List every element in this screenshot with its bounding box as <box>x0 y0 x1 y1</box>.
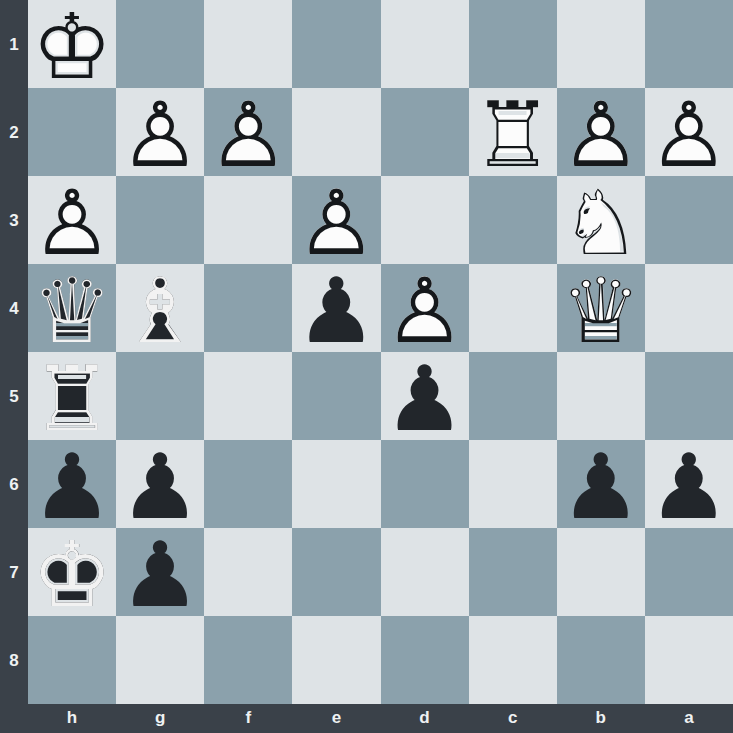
square-e2[interactable] <box>292 88 380 176</box>
square-d5[interactable]: ♟ <box>381 352 469 440</box>
white-knight-outline: ♘ <box>560 178 641 268</box>
black-pawn[interactable]: ♟ <box>381 352 469 440</box>
square-h3[interactable]: ♟♙ <box>28 176 116 264</box>
black-bishop[interactable]: ♝♗ <box>116 264 204 352</box>
rank-label-2: 2 <box>0 88 28 176</box>
white-queen[interactable]: ♛♕ <box>557 264 645 352</box>
square-d1[interactable] <box>381 0 469 88</box>
square-a6[interactable]: ♟ <box>645 440 733 528</box>
black-rook-detail-lines: ♖ <box>32 354 113 444</box>
square-g2[interactable]: ♟♙ <box>116 88 204 176</box>
rank-label-4: 4 <box>0 264 28 352</box>
black-pawn[interactable]: ♟ <box>292 264 380 352</box>
black-pawn-glyph: ♟ <box>649 442 730 532</box>
black-pawn[interactable]: ♟ <box>645 440 733 528</box>
square-b1[interactable] <box>557 0 645 88</box>
black-pawn-glyph: ♟ <box>384 354 465 444</box>
square-f4[interactable] <box>204 264 292 352</box>
square-f7[interactable] <box>204 528 292 616</box>
square-d7[interactable] <box>381 528 469 616</box>
white-pawn[interactable]: ♟♙ <box>116 88 204 176</box>
square-b6[interactable]: ♟ <box>557 440 645 528</box>
square-g8[interactable] <box>116 616 204 704</box>
file-label-b: b <box>557 704 645 733</box>
square-e6[interactable] <box>292 440 380 528</box>
white-pawn-outline: ♙ <box>384 266 465 356</box>
square-f6[interactable] <box>204 440 292 528</box>
black-queen[interactable]: ♛♕ <box>28 264 116 352</box>
square-e5[interactable] <box>292 352 380 440</box>
square-c2[interactable]: ♜♖ <box>469 88 557 176</box>
white-pawn[interactable]: ♟♙ <box>381 264 469 352</box>
square-c3[interactable] <box>469 176 557 264</box>
white-pawn-outline: ♙ <box>120 90 201 180</box>
white-pawn[interactable]: ♟♙ <box>645 88 733 176</box>
file-label-f: f <box>204 704 292 733</box>
rank-label-5: 5 <box>0 352 28 440</box>
black-pawn[interactable]: ♟ <box>557 440 645 528</box>
square-g1[interactable] <box>116 0 204 88</box>
square-b5[interactable] <box>557 352 645 440</box>
white-pawn-outline: ♙ <box>208 90 289 180</box>
white-pawn-outline: ♙ <box>32 178 113 268</box>
square-h4[interactable]: ♛♕ <box>28 264 116 352</box>
square-a1[interactable] <box>645 0 733 88</box>
white-pawn-outline: ♙ <box>649 90 730 180</box>
white-pawn[interactable]: ♟♙ <box>204 88 292 176</box>
black-king-detail-lines: ♔ <box>32 530 113 620</box>
black-queen-detail-lines: ♕ <box>32 266 113 356</box>
square-e1[interactable] <box>292 0 380 88</box>
square-b8[interactable] <box>557 616 645 704</box>
file-label-c: c <box>469 704 557 733</box>
file-label-d: d <box>381 704 469 733</box>
square-f5[interactable] <box>204 352 292 440</box>
black-king[interactable]: ♚♔ <box>28 528 116 616</box>
black-pawn-glyph: ♟ <box>560 442 641 532</box>
black-bishop-detail-lines: ♗ <box>120 266 201 356</box>
square-b7[interactable] <box>557 528 645 616</box>
file-label-a: a <box>645 704 733 733</box>
square-a4[interactable] <box>645 264 733 352</box>
square-f8[interactable] <box>204 616 292 704</box>
rank-label-7: 7 <box>0 528 28 616</box>
square-g4[interactable]: ♝♗ <box>116 264 204 352</box>
square-h1[interactable]: ♚♔ <box>28 0 116 88</box>
file-label-h: h <box>28 704 116 733</box>
square-c5[interactable] <box>469 352 557 440</box>
square-b4[interactable]: ♛♕ <box>557 264 645 352</box>
white-pawn[interactable]: ♟♙ <box>557 88 645 176</box>
square-a7[interactable] <box>645 528 733 616</box>
rank-label-1: 1 <box>0 0 28 88</box>
square-g6[interactable]: ♟ <box>116 440 204 528</box>
white-knight[interactable]: ♞♘ <box>557 176 645 264</box>
square-f3[interactable] <box>204 176 292 264</box>
square-d8[interactable] <box>381 616 469 704</box>
chess-board: ♚♔♟♙♟♙♜♖♟♙♟♙♟♙♟♙♞♘♛♕♝♗♟♟♙♛♕♜♖♟♟♟♟♟♚♔♟ <box>28 0 733 704</box>
file-label-g: g <box>116 704 204 733</box>
black-pawn-glyph: ♟ <box>120 442 201 532</box>
square-c1[interactable] <box>469 0 557 88</box>
chess-diagram: 12345678 ♚♔♟♙♟♙♜♖♟♙♟♙♟♙♟♙♞♘♛♕♝♗♟♟♙♛♕♜♖♟♟… <box>0 0 733 733</box>
square-d3[interactable] <box>381 176 469 264</box>
rank-label-3: 3 <box>0 176 28 264</box>
square-d4[interactable]: ♟♙ <box>381 264 469 352</box>
square-g7[interactable]: ♟ <box>116 528 204 616</box>
square-b3[interactable]: ♞♘ <box>557 176 645 264</box>
file-labels: hgfedcba <box>28 704 733 733</box>
white-king[interactable]: ♚♔ <box>28 0 116 88</box>
black-pawn[interactable]: ♟ <box>28 440 116 528</box>
frame-corner <box>0 704 28 733</box>
square-f2[interactable]: ♟♙ <box>204 88 292 176</box>
square-e3[interactable]: ♟♙ <box>292 176 380 264</box>
square-a8[interactable] <box>645 616 733 704</box>
square-h7[interactable]: ♚♔ <box>28 528 116 616</box>
black-pawn-glyph: ♟ <box>296 266 377 356</box>
square-c8[interactable] <box>469 616 557 704</box>
white-pawn[interactable]: ♟♙ <box>28 176 116 264</box>
rank-label-8: 8 <box>0 616 28 704</box>
square-h8[interactable] <box>28 616 116 704</box>
square-d6[interactable] <box>381 440 469 528</box>
white-rook-outline: ♖ <box>472 90 553 180</box>
square-e7[interactable] <box>292 528 380 616</box>
white-king-outline: ♔ <box>32 2 113 92</box>
black-pawn-glyph: ♟ <box>32 442 113 532</box>
white-pawn[interactable]: ♟♙ <box>292 176 380 264</box>
square-a2[interactable]: ♟♙ <box>645 88 733 176</box>
black-pawn[interactable]: ♟ <box>116 528 204 616</box>
square-b2[interactable]: ♟♙ <box>557 88 645 176</box>
square-g5[interactable] <box>116 352 204 440</box>
square-h6[interactable]: ♟ <box>28 440 116 528</box>
black-pawn[interactable]: ♟ <box>116 440 204 528</box>
black-rook[interactable]: ♜♖ <box>28 352 116 440</box>
square-h2[interactable] <box>28 88 116 176</box>
square-c6[interactable] <box>469 440 557 528</box>
square-e4[interactable]: ♟ <box>292 264 380 352</box>
square-d2[interactable] <box>381 88 469 176</box>
white-pawn-outline: ♙ <box>560 90 641 180</box>
square-c7[interactable] <box>469 528 557 616</box>
square-c4[interactable] <box>469 264 557 352</box>
white-rook[interactable]: ♜♖ <box>469 88 557 176</box>
square-h5[interactable]: ♜♖ <box>28 352 116 440</box>
square-e8[interactable] <box>292 616 380 704</box>
rank-labels: 12345678 <box>0 0 28 704</box>
white-queen-outline: ♕ <box>560 266 641 356</box>
square-a5[interactable] <box>645 352 733 440</box>
square-a3[interactable] <box>645 176 733 264</box>
square-g3[interactable] <box>116 176 204 264</box>
white-pawn-outline: ♙ <box>296 178 377 268</box>
black-pawn-glyph: ♟ <box>120 530 201 620</box>
rank-label-6: 6 <box>0 440 28 528</box>
file-label-e: e <box>292 704 380 733</box>
square-f1[interactable] <box>204 0 292 88</box>
